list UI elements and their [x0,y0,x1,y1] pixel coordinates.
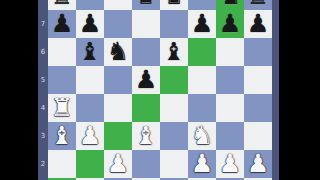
square-g6[interactable] [216,38,244,66]
rank-label-3: 3 [38,122,48,150]
piece-white-pawn-b3: ♟ [79,122,101,150]
square-h2[interactable]: ♟ [244,150,272,178]
piece-white-rook-a4: ♜ [51,94,73,122]
video-frame: 87654321 ♜♛♚♞♜♟♟♟♟♟♝♞♝♟♜♝♟♝♞♟♟♟♟♛♜♚ [0,0,320,180]
square-d7[interactable] [132,10,160,38]
square-h6[interactable] [244,38,272,66]
piece-black-bishop-b6: ♝ [79,38,101,66]
square-b7[interactable]: ♟ [76,10,104,38]
piece-white-queen-a1: ♛ [51,178,73,180]
square-e8[interactable]: ♚ [160,0,188,10]
square-d8[interactable]: ♛ [132,0,160,10]
piece-black-pawn-a7: ♟ [51,10,73,38]
square-h7[interactable]: ♟ [244,10,272,38]
square-h4[interactable] [244,94,272,122]
square-c2[interactable]: ♟ [104,150,132,178]
square-h5[interactable] [244,66,272,94]
square-a4[interactable]: ♜ [48,94,76,122]
rank-label-1: 1 [38,178,48,180]
square-f4[interactable] [188,94,216,122]
rank-label-4: 4 [38,94,48,122]
piece-white-pawn-h2: ♟ [247,150,269,178]
square-b3[interactable]: ♟ [76,122,104,150]
square-g5[interactable] [216,66,244,94]
square-d6[interactable] [132,38,160,66]
rank-label-8: 8 [38,0,48,10]
board-border-right [272,0,279,180]
square-f1[interactable]: ♜ [188,178,216,180]
square-h3[interactable] [244,122,272,150]
square-h1[interactable] [244,178,272,180]
square-d4[interactable] [132,94,160,122]
rank-labels: 87654321 [38,0,48,180]
square-f3[interactable]: ♞ [188,122,216,150]
square-f7[interactable]: ♟ [188,10,216,38]
square-b5[interactable] [76,66,104,94]
square-c3[interactable] [104,122,132,150]
piece-white-pawn-c2: ♟ [107,150,129,178]
square-c6[interactable]: ♞ [104,38,132,66]
board: ♜♛♚♞♜♟♟♟♟♟♝♞♝♟♜♝♟♝♞♟♟♟♟♛♜♚ [48,0,272,180]
square-d2[interactable] [132,150,160,178]
square-b4[interactable] [76,94,104,122]
square-c8[interactable] [104,0,132,10]
piece-black-queen-d8: ♛ [135,0,157,10]
square-c7[interactable] [104,10,132,38]
square-b1[interactable] [76,178,104,180]
square-a1[interactable]: ♛ [48,178,76,180]
piece-white-knight-f3: ♞ [191,122,213,150]
square-c4[interactable] [104,94,132,122]
square-d1[interactable] [132,178,160,180]
square-g4[interactable] [216,94,244,122]
square-f2[interactable]: ♟ [188,150,216,178]
piece-white-bishop-a3: ♝ [51,122,73,150]
square-a3[interactable]: ♝ [48,122,76,150]
square-e4[interactable] [160,94,188,122]
rank-label-6: 6 [38,38,48,66]
square-g3[interactable] [216,122,244,150]
square-a2[interactable] [48,150,76,178]
square-e6[interactable]: ♝ [160,38,188,66]
rank-label-2: 2 [38,150,48,178]
square-f6[interactable] [188,38,216,66]
square-a7[interactable]: ♟ [48,10,76,38]
piece-black-pawn-f7: ♟ [191,10,213,38]
square-b2[interactable] [76,150,104,178]
square-g2[interactable]: ♟ [216,150,244,178]
piece-white-king-g1: ♚ [219,178,241,180]
piece-white-pawn-g2: ♟ [219,150,241,178]
piece-black-pawn-g7: ♟ [219,10,241,38]
square-a5[interactable] [48,66,76,94]
rank-label-5: 5 [38,66,48,94]
piece-white-bishop-d3: ♝ [135,122,157,150]
square-e7[interactable] [160,10,188,38]
piece-black-pawn-b7: ♟ [79,10,101,38]
square-e3[interactable] [160,122,188,150]
square-c1[interactable] [104,178,132,180]
rank-label-7: 7 [38,10,48,38]
square-g1[interactable]: ♚ [216,178,244,180]
square-g7[interactable]: ♟ [216,10,244,38]
square-a6[interactable] [48,38,76,66]
square-e1[interactable] [160,178,188,180]
piece-black-knight-c6: ♞ [107,38,129,66]
piece-black-pawn-h7: ♟ [247,10,269,38]
square-d3[interactable]: ♝ [132,122,160,150]
square-e2[interactable] [160,150,188,178]
square-d5[interactable]: ♟ [132,66,160,94]
piece-white-pawn-f2: ♟ [191,150,213,178]
piece-black-pawn-d5: ♟ [135,66,157,94]
square-e5[interactable] [160,66,188,94]
square-c5[interactable] [104,66,132,94]
piece-black-bishop-e6: ♝ [163,38,185,66]
piece-white-rook-f1: ♜ [191,178,213,180]
square-b6[interactable]: ♝ [76,38,104,66]
piece-black-king-e8: ♚ [163,0,185,10]
square-f5[interactable] [188,66,216,94]
